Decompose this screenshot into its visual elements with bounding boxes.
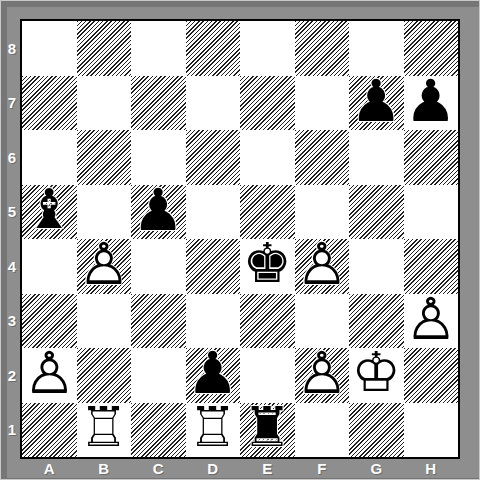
square-h2[interactable]	[404, 348, 459, 403]
square-a4[interactable]	[22, 239, 77, 294]
square-e4[interactable]: ♚♚	[240, 239, 295, 294]
square-e1[interactable]: ♜♜	[240, 403, 295, 458]
square-b4[interactable]: ♟♙	[77, 239, 132, 294]
square-a5[interactable]: ♝♝	[22, 185, 77, 240]
black-bishop-glyph: ♝	[25, 182, 74, 237]
square-b1[interactable]: ♜♖	[77, 403, 132, 458]
square-g7[interactable]: ♟♟	[349, 76, 404, 131]
square-e8[interactable]	[240, 21, 295, 76]
file-label-c: C	[131, 457, 186, 480]
square-e7[interactable]	[240, 76, 295, 131]
square-e3[interactable]	[240, 294, 295, 349]
piece-white-pawn-b4[interactable]: ♟♙	[77, 239, 132, 294]
black-pawn-glyph: ♟	[350, 71, 402, 129]
square-b7[interactable]	[77, 76, 132, 131]
square-g6[interactable]	[349, 130, 404, 185]
square-f4[interactable]: ♟♙	[295, 239, 350, 294]
file-label-a: A	[22, 457, 77, 480]
file-label-e: E	[240, 457, 295, 480]
rank-label-6: 6	[0, 130, 20, 185]
rank-label-5: 5	[0, 185, 20, 240]
square-b6[interactable]	[77, 130, 132, 185]
square-h1[interactable]	[404, 403, 459, 458]
piece-white-rook-b1[interactable]: ♜♖	[77, 403, 132, 458]
square-a8[interactable]	[22, 21, 77, 76]
file-label-f: F	[295, 457, 350, 480]
square-c8[interactable]	[131, 21, 186, 76]
square-e6[interactable]	[240, 130, 295, 185]
board-frame: ♟♟♟♟♝♝♟♟♟♙♚♚♟♙♟♙♟♙♟♟♟♙♚♔♜♖♜♖♜♜ 87654321 …	[0, 0, 480, 480]
square-d1[interactable]: ♜♖	[186, 403, 241, 458]
square-g1[interactable]	[349, 403, 404, 458]
square-f7[interactable]	[295, 76, 350, 131]
file-label-d: D	[186, 457, 241, 480]
square-h6[interactable]	[404, 130, 459, 185]
square-h5[interactable]	[404, 185, 459, 240]
square-f1[interactable]	[295, 403, 350, 458]
piece-black-pawn-h7[interactable]: ♟♟	[404, 76, 459, 131]
square-f8[interactable]	[295, 21, 350, 76]
rank-labels: 87654321	[0, 21, 20, 457]
square-c2[interactable]	[131, 348, 186, 403]
square-c1[interactable]	[131, 403, 186, 458]
piece-white-king-g2[interactable]: ♚♔	[349, 348, 404, 403]
piece-white-pawn-a2[interactable]: ♟♙	[22, 348, 77, 403]
square-d4[interactable]	[186, 239, 241, 294]
white-king-glyph: ♔	[352, 346, 401, 401]
rank-label-1: 1	[0, 403, 20, 458]
rank-label-3: 3	[0, 294, 20, 349]
square-g2[interactable]: ♚♔	[349, 348, 404, 403]
white-pawn-glyph: ♙	[78, 235, 130, 293]
piece-white-pawn-f2[interactable]: ♟♙	[295, 348, 350, 403]
black-rook-glyph: ♜	[243, 400, 292, 455]
piece-black-king-e4[interactable]: ♚♚	[240, 239, 295, 294]
square-f2[interactable]: ♟♙	[295, 348, 350, 403]
piece-white-pawn-h3[interactable]: ♟♙	[404, 294, 459, 349]
square-a7[interactable]	[22, 76, 77, 131]
white-rook-glyph: ♖	[188, 400, 237, 455]
square-g4[interactable]	[349, 239, 404, 294]
square-a2[interactable]: ♟♙	[22, 348, 77, 403]
file-label-h: H	[404, 457, 459, 480]
piece-white-pawn-f4[interactable]: ♟♙	[295, 239, 350, 294]
chessboard: ♟♟♟♟♝♝♟♟♟♙♚♚♟♙♟♙♟♙♟♟♟♙♚♔♜♖♜♖♜♜	[20, 19, 460, 459]
square-c5[interactable]: ♟♟	[131, 185, 186, 240]
white-pawn-glyph: ♙	[405, 289, 457, 347]
rank-label-4: 4	[0, 239, 20, 294]
piece-black-rook-e1[interactable]: ♜♜	[240, 403, 295, 458]
white-rook-glyph: ♖	[79, 400, 128, 455]
square-a1[interactable]	[22, 403, 77, 458]
piece-white-rook-d1[interactable]: ♜♖	[186, 403, 241, 458]
square-g5[interactable]	[349, 185, 404, 240]
file-label-g: G	[349, 457, 404, 480]
black-king-glyph: ♚	[243, 237, 292, 292]
square-h7[interactable]: ♟♟	[404, 76, 459, 131]
black-pawn-glyph: ♟	[132, 180, 184, 238]
square-h3[interactable]: ♟♙	[404, 294, 459, 349]
square-c3[interactable]	[131, 294, 186, 349]
square-d5[interactable]	[186, 185, 241, 240]
piece-black-pawn-g7[interactable]: ♟♟	[349, 76, 404, 131]
square-c4[interactable]	[131, 239, 186, 294]
square-d8[interactable]	[186, 21, 241, 76]
rank-label-7: 7	[0, 76, 20, 131]
rank-label-8: 8	[0, 21, 20, 76]
square-b8[interactable]	[77, 21, 132, 76]
file-labels: ABCDEFGH	[22, 457, 458, 480]
white-pawn-glyph: ♙	[296, 344, 348, 402]
square-c7[interactable]	[131, 76, 186, 131]
square-d7[interactable]	[186, 76, 241, 131]
square-f6[interactable]	[295, 130, 350, 185]
piece-black-bishop-a5[interactable]: ♝♝	[22, 185, 77, 240]
square-d6[interactable]	[186, 130, 241, 185]
white-pawn-glyph: ♙	[23, 344, 75, 402]
piece-black-pawn-c5[interactable]: ♟♟	[131, 185, 186, 240]
white-pawn-glyph: ♙	[296, 235, 348, 293]
black-pawn-glyph: ♟	[187, 344, 239, 402]
rank-label-2: 2	[0, 348, 20, 403]
file-label-b: B	[77, 457, 132, 480]
black-pawn-glyph: ♟	[405, 71, 457, 129]
square-b3[interactable]	[77, 294, 132, 349]
